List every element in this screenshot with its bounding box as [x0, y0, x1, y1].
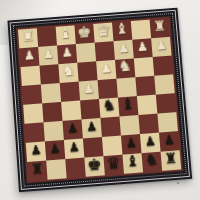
piece-bN-b8[interactable]: ♞: [141, 150, 162, 171]
piece-wR-h1[interactable]: ♜: [18, 26, 38, 46]
square-a5[interactable]: [156, 93, 177, 113]
piece-wN-c3[interactable]: ♞: [115, 56, 135, 76]
photo-backdrop: ♜♝♚♛♝♜♟♟♟♟♟♟♞♟♞♟♞♝♟♟♟♟♟♟♟♟♜♚♛♝♞♜: [0, 0, 200, 200]
piece-bN-d5[interactable]: ♞: [99, 96, 119, 116]
square-d3[interactable]: ♟: [96, 60, 116, 80]
piece-wP-f2[interactable]: ♟: [57, 42, 77, 62]
piece-bB-c5[interactable]: ♝: [118, 94, 138, 114]
square-h2[interactable]: ♟: [19, 47, 39, 67]
square-g5[interactable]: [42, 102, 62, 122]
piece-bP-h7[interactable]: ♟: [26, 139, 46, 160]
piece-wP-h2[interactable]: ♟: [19, 45, 39, 65]
piece-wP-d3[interactable]: ♟: [96, 58, 116, 78]
piece-bP-b7[interactable]: ♟: [140, 131, 161, 152]
square-b3[interactable]: [134, 57, 154, 77]
square-d5[interactable]: ♞: [99, 98, 119, 118]
square-f8[interactable]: [65, 158, 86, 179]
square-h4[interactable]: [22, 84, 42, 104]
piece-wP-e4[interactable]: ♟: [78, 78, 98, 98]
square-d8[interactable]: ♛: [103, 155, 124, 176]
square-c5[interactable]: ♝: [118, 96, 138, 116]
piece-bP-f6[interactable]: ♟: [62, 117, 82, 138]
piece-wP-b2[interactable]: ♟: [132, 36, 152, 56]
square-f4[interactable]: [60, 82, 80, 102]
piece-wB-f1[interactable]: ♝: [55, 23, 75, 43]
square-b5[interactable]: [137, 95, 158, 115]
square-c8[interactable]: ♝: [122, 153, 143, 174]
square-e1[interactable]: ♚: [74, 24, 94, 44]
board-grid: ♜♝♚♛♝♜♟♟♟♟♟♟♞♟♞♟♞♝♟♟♟♟♟♟♟♟♜♚♛♝♞♜: [18, 18, 181, 181]
square-a3[interactable]: [153, 56, 173, 76]
square-b8[interactable]: ♞: [142, 152, 163, 173]
square-e2[interactable]: [76, 43, 96, 63]
square-e8[interactable]: ♚: [84, 156, 105, 177]
piece-bP-e6[interactable]: ♟: [81, 116, 101, 136]
piece-bP-g7[interactable]: ♟: [45, 138, 65, 159]
square-d1[interactable]: ♛: [93, 23, 113, 43]
square-b2[interactable]: ♟: [132, 38, 152, 58]
square-g3[interactable]: [39, 64, 59, 84]
piece-bP-f7[interactable]: ♟: [64, 136, 84, 157]
piece-bP-a7[interactable]: ♟: [159, 129, 180, 150]
square-d6[interactable]: [100, 116, 120, 136]
square-g7[interactable]: ♟: [45, 140, 65, 161]
square-g8[interactable]: [46, 159, 66, 180]
piece-bQ-d8[interactable]: ♛: [103, 153, 124, 174]
square-c3[interactable]: ♞: [115, 58, 135, 78]
square-b4[interactable]: [135, 76, 155, 96]
piece-wN-f3[interactable]: ♞: [58, 61, 78, 81]
board-perspective-wrap: ♜♝♚♛♝♜♟♟♟♟♟♟♞♟♞♟♞♝♟♟♟♟♟♟♟♟♜♚♛♝♞♜: [13, 13, 185, 185]
square-a2[interactable]: ♟: [151, 37, 171, 57]
piece-bR-a8[interactable]: ♜: [160, 148, 181, 169]
chess-board: ♜♝♚♛♝♜♟♟♟♟♟♟♞♟♞♟♞♝♟♟♟♟♟♟♟♟♜♚♛♝♞♜: [7, 8, 192, 192]
piece-bK-e8[interactable]: ♚: [84, 154, 105, 175]
square-f3[interactable]: ♞: [58, 63, 78, 83]
square-h3[interactable]: [21, 66, 41, 86]
piece-bP-c7[interactable]: ♟: [121, 132, 142, 153]
piece-wR-a1[interactable]: ♜: [149, 16, 169, 36]
square-g2[interactable]: ♟: [38, 45, 58, 65]
square-g4[interactable]: [41, 83, 61, 103]
piece-wK-e1[interactable]: ♚: [74, 22, 94, 42]
piece-wP-c2[interactable]: ♟: [113, 38, 133, 58]
square-f7[interactable]: ♟: [64, 138, 84, 159]
square-a8[interactable]: ♜: [161, 150, 182, 171]
piece-wP-g2[interactable]: ♟: [38, 44, 58, 64]
piece-wB-c1[interactable]: ♝: [112, 19, 132, 39]
square-h5[interactable]: [23, 103, 43, 123]
square-e4[interactable]: ♟: [79, 80, 99, 100]
piece-bB-c8[interactable]: ♝: [122, 151, 143, 172]
piece-wQ-d1[interactable]: ♛: [93, 21, 113, 41]
piece-bR-h8[interactable]: ♜: [27, 159, 47, 180]
square-h8[interactable]: ♜: [27, 161, 47, 182]
piece-wP-a2[interactable]: ♟: [151, 35, 171, 55]
square-a4[interactable]: [154, 74, 174, 94]
square-e6[interactable]: ♟: [81, 118, 101, 139]
